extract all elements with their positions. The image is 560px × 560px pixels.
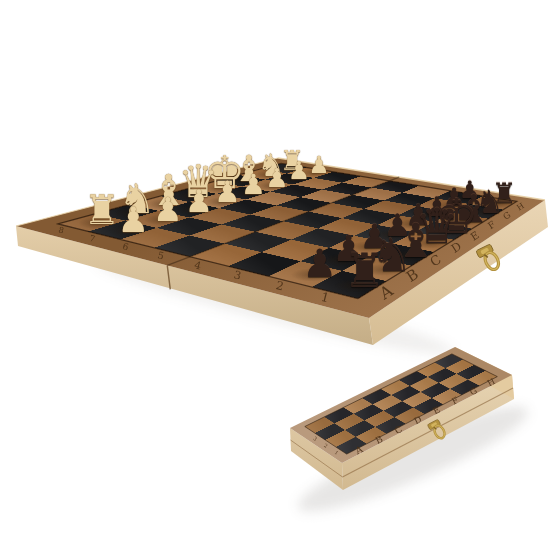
- piece-light-pawn-f7: ♟: [265, 165, 288, 191]
- open-rank-label-7: 7: [89, 233, 97, 244]
- piece-light-pawn-e7: ♟: [241, 171, 266, 199]
- folded-rank-label-2: 2: [323, 442, 329, 449]
- board-detail-layer: 12345678ABCDEFGHABCDEFGH321: [0, 0, 560, 560]
- piece-light-pawn-h7: ♟: [308, 154, 329, 178]
- piece-light-pawn-d7: ♟: [214, 178, 240, 207]
- chess-set-product-photo: 12345678ABCDEFGHABCDEFGH321 ♜♟♞♟♝♟♚♟♛♟♟♜…: [0, 0, 560, 560]
- open-rank-label-4: 4: [193, 258, 203, 271]
- piece-light-rook-a8: ♜: [84, 190, 121, 231]
- open-file-label-H: H: [515, 201, 526, 212]
- piece-light-pawn-b7: ♟: [153, 193, 183, 226]
- piece-dark-pawn-a2: ♟: [302, 244, 337, 283]
- open-rank-label-1: 1: [319, 289, 330, 305]
- open-rank-label-2: 2: [275, 278, 286, 293]
- folded-rank-label-1: 1: [334, 449, 340, 456]
- folded-side-seam-front: [343, 388, 514, 477]
- open-rank-label-3: 3: [233, 268, 243, 282]
- folded-play-area-outline: [305, 354, 498, 454]
- folded-rank-label-3: 3: [312, 435, 318, 442]
- piece-light-pawn-c7: ♟: [185, 185, 213, 216]
- open-rank-label-5: 5: [156, 249, 165, 261]
- open-rank-label-6: 6: [121, 241, 129, 252]
- piece-dark-rook-a1: ♜: [344, 248, 386, 295]
- piece-light-pawn-a7: ♟: [117, 202, 149, 237]
- folded-board-clasp: [427, 419, 446, 441]
- open-board-side-seam: [167, 265, 170, 289]
- open-rank-label-8: 8: [57, 225, 65, 236]
- open-board-clasp: [476, 244, 501, 273]
- piece-light-pawn-g7: ♟: [288, 159, 310, 184]
- folded-side-seam-left: [291, 440, 343, 477]
